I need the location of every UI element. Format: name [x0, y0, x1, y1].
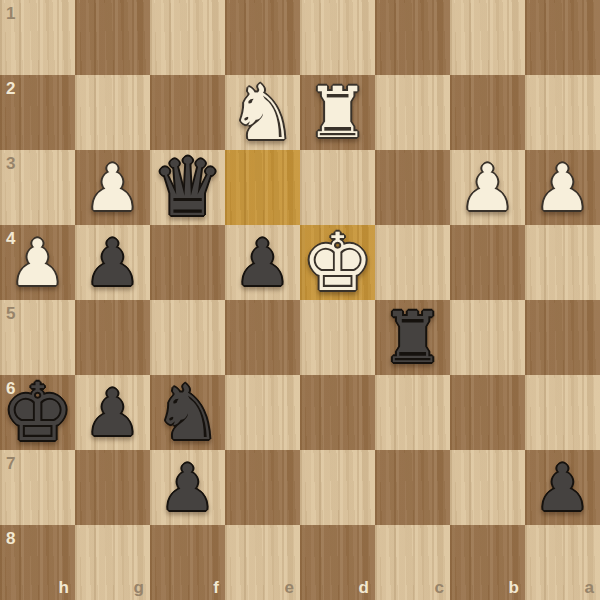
square-d2[interactable]: ♜ — [300, 75, 375, 150]
white-king-d4[interactable]: ♚ — [300, 225, 375, 300]
square-d7[interactable] — [300, 450, 375, 525]
square-a7[interactable]: ♟︎ — [525, 450, 600, 525]
rank-label-7: 7 — [6, 455, 15, 472]
white-pawn-b3[interactable]: ♟︎ — [450, 150, 525, 225]
rank-label-2: 2 — [6, 80, 15, 97]
square-e5[interactable] — [225, 300, 300, 375]
square-c1[interactable] — [375, 0, 450, 75]
white-pawn-g3[interactable]: ♟︎ — [75, 150, 150, 225]
square-b3[interactable]: ♟︎ — [450, 150, 525, 225]
square-h1[interactable]: 1 — [0, 0, 75, 75]
square-h5[interactable]: 5 — [0, 300, 75, 375]
square-e6[interactable] — [225, 375, 300, 450]
square-c5[interactable]: ♜ — [375, 300, 450, 375]
square-f7[interactable]: ♟︎ — [150, 450, 225, 525]
square-g4[interactable]: ♟︎ — [75, 225, 150, 300]
square-g5[interactable] — [75, 300, 150, 375]
black-pawn-g4[interactable]: ♟︎ — [75, 225, 150, 300]
black-pawn-e4[interactable]: ♟︎ — [225, 225, 300, 300]
square-h7[interactable]: 7 — [0, 450, 75, 525]
square-f3[interactable]: ♛ — [150, 150, 225, 225]
square-h4[interactable]: 4♟︎ — [0, 225, 75, 300]
white-pawn-a3[interactable]: ♟︎ — [525, 150, 600, 225]
file-label-e: e — [285, 579, 294, 596]
white-rook-d2[interactable]: ♜ — [300, 75, 375, 150]
black-pawn-g6[interactable]: ♟︎ — [75, 375, 150, 450]
white-knight-e2[interactable]: ♞ — [225, 75, 300, 150]
black-pawn-f7[interactable]: ♟︎ — [150, 450, 225, 525]
square-f5[interactable] — [150, 300, 225, 375]
file-label-c: c — [435, 579, 444, 596]
square-g7[interactable] — [75, 450, 150, 525]
square-g8[interactable]: g — [75, 525, 150, 600]
black-knight-f6[interactable]: ♞ — [150, 375, 225, 450]
square-h8[interactable]: 8h — [0, 525, 75, 600]
square-f2[interactable] — [150, 75, 225, 150]
square-b5[interactable] — [450, 300, 525, 375]
square-d1[interactable] — [300, 0, 375, 75]
square-b8[interactable]: b — [450, 525, 525, 600]
square-c4[interactable] — [375, 225, 450, 300]
square-h6[interactable]: 6♚ — [0, 375, 75, 450]
square-a8[interactable]: a — [525, 525, 600, 600]
square-e7[interactable] — [225, 450, 300, 525]
black-pawn-a7[interactable]: ♟︎ — [525, 450, 600, 525]
square-a1[interactable] — [525, 0, 600, 75]
rank-label-3: 3 — [6, 155, 15, 172]
chess-board: 12♞♜3♟︎♛♟︎♟︎4♟︎♟︎♟︎♚5♜6♚♟︎♞7♟︎♟︎8hgfedcb… — [0, 0, 600, 600]
rank-label-1: 1 — [6, 5, 15, 22]
square-e4[interactable]: ♟︎ — [225, 225, 300, 300]
square-g3[interactable]: ♟︎ — [75, 150, 150, 225]
square-a2[interactable] — [525, 75, 600, 150]
rank-label-6: 6 — [6, 380, 15, 397]
square-g1[interactable] — [75, 0, 150, 75]
square-a5[interactable] — [525, 300, 600, 375]
file-label-b: b — [509, 579, 519, 596]
square-d5[interactable] — [300, 300, 375, 375]
square-e2[interactable]: ♞ — [225, 75, 300, 150]
square-b4[interactable] — [450, 225, 525, 300]
square-f1[interactable] — [150, 0, 225, 75]
square-f6[interactable]: ♞ — [150, 375, 225, 450]
square-c6[interactable] — [375, 375, 450, 450]
rank-label-5: 5 — [6, 305, 15, 322]
square-h3[interactable]: 3 — [0, 150, 75, 225]
square-e3[interactable] — [225, 150, 300, 225]
square-c7[interactable] — [375, 450, 450, 525]
square-d4[interactable]: ♚ — [300, 225, 375, 300]
square-b1[interactable] — [450, 0, 525, 75]
square-a4[interactable] — [525, 225, 600, 300]
black-queen-f3[interactable]: ♛ — [150, 150, 225, 225]
file-label-f: f — [213, 579, 219, 596]
square-h2[interactable]: 2 — [0, 75, 75, 150]
square-a6[interactable] — [525, 375, 600, 450]
square-c8[interactable]: c — [375, 525, 450, 600]
square-e1[interactable] — [225, 0, 300, 75]
square-f8[interactable]: f — [150, 525, 225, 600]
square-d8[interactable]: d — [300, 525, 375, 600]
file-label-d: d — [359, 579, 369, 596]
square-b7[interactable] — [450, 450, 525, 525]
file-label-a: a — [585, 579, 594, 596]
square-d3[interactable] — [300, 150, 375, 225]
square-e8[interactable]: e — [225, 525, 300, 600]
square-b6[interactable] — [450, 375, 525, 450]
square-d6[interactable] — [300, 375, 375, 450]
square-g6[interactable]: ♟︎ — [75, 375, 150, 450]
file-label-h: h — [59, 579, 69, 596]
square-a3[interactable]: ♟︎ — [525, 150, 600, 225]
rank-label-4: 4 — [6, 230, 15, 247]
square-c2[interactable] — [375, 75, 450, 150]
square-f4[interactable] — [150, 225, 225, 300]
square-c3[interactable] — [375, 150, 450, 225]
black-rook-c5[interactable]: ♜ — [375, 300, 450, 375]
square-b2[interactable] — [450, 75, 525, 150]
file-label-g: g — [134, 579, 144, 596]
rank-label-8: 8 — [6, 530, 15, 547]
square-g2[interactable] — [75, 75, 150, 150]
